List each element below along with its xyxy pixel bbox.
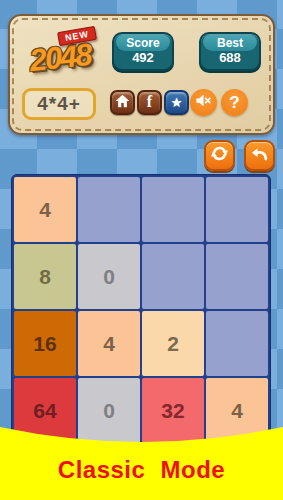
home-button[interactable] — [110, 90, 135, 115]
restart-button[interactable] — [204, 140, 235, 171]
restart-icon — [210, 144, 229, 167]
tile-r3c1-16: 16 — [14, 311, 76, 376]
tile-r2c2-0: 0 — [78, 244, 140, 309]
tile-r2c1-8: 8 — [14, 244, 76, 309]
best-label: Best — [201, 37, 259, 51]
game-screen: 2048 NEW Score 492 Best 688 4*4+ f ★ — [0, 0, 283, 500]
facebook-button[interactable]: f — [137, 90, 162, 115]
rate-button[interactable]: ★ — [164, 90, 189, 115]
cell-r1c2-empty — [78, 177, 140, 242]
best-value: 688 — [201, 51, 259, 66]
star-icon: ★ — [171, 95, 183, 110]
cell-r1c4-empty — [206, 177, 268, 242]
header-panel: 2048 NEW Score 492 Best 688 4*4+ f ★ — [8, 14, 275, 135]
best-box: Best 688 — [199, 32, 261, 71]
cell-r3c4-empty — [206, 311, 268, 376]
undo-icon — [250, 144, 269, 167]
footer-bar: Classic Mode — [0, 424, 283, 500]
mute-button[interactable] — [190, 89, 217, 116]
board-size-label: 4*4+ — [22, 88, 96, 120]
tile-r3c2-4: 4 — [78, 311, 140, 376]
undo-button[interactable] — [244, 140, 275, 171]
cell-r1c3-empty — [142, 177, 204, 242]
mode-name-label: Classic Mode — [0, 456, 283, 484]
home-icon — [115, 94, 130, 112]
cell-r2c3-empty — [142, 244, 204, 309]
score-value: 492 — [114, 51, 172, 66]
tile-r3c3-2: 2 — [142, 311, 204, 376]
mute-icon — [195, 93, 212, 112]
help-button[interactable]: ? — [221, 89, 248, 116]
facebook-icon: f — [147, 93, 152, 111]
cell-r2c4-empty — [206, 244, 268, 309]
board-grid[interactable]: 4801642640324 — [11, 174, 271, 446]
tile-r1c1-4: 4 — [14, 177, 76, 242]
score-label: Score — [114, 37, 172, 51]
help-icon: ? — [229, 93, 239, 113]
score-box: Score 492 — [112, 32, 174, 71]
